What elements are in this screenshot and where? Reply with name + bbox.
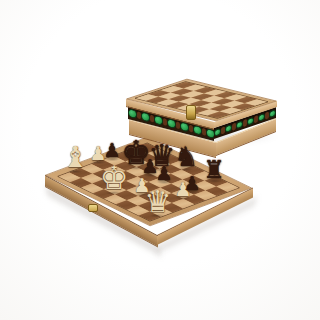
board-clasp-icon [88, 204, 98, 212]
product-photo: ♝♟♟♚♛♞♟♟♜♟♚♟♟♛ [0, 0, 320, 320]
stored-piece-felt-base [258, 113, 265, 122]
stored-piece-felt-base [269, 109, 276, 118]
stored-piece-felt-base [236, 120, 243, 129]
stored-piece-felt-base [214, 128, 221, 137]
box-clasp-icon [186, 105, 196, 120]
stored-piece-felt-base [225, 124, 232, 133]
stored-piece-felt-base [247, 116, 254, 125]
